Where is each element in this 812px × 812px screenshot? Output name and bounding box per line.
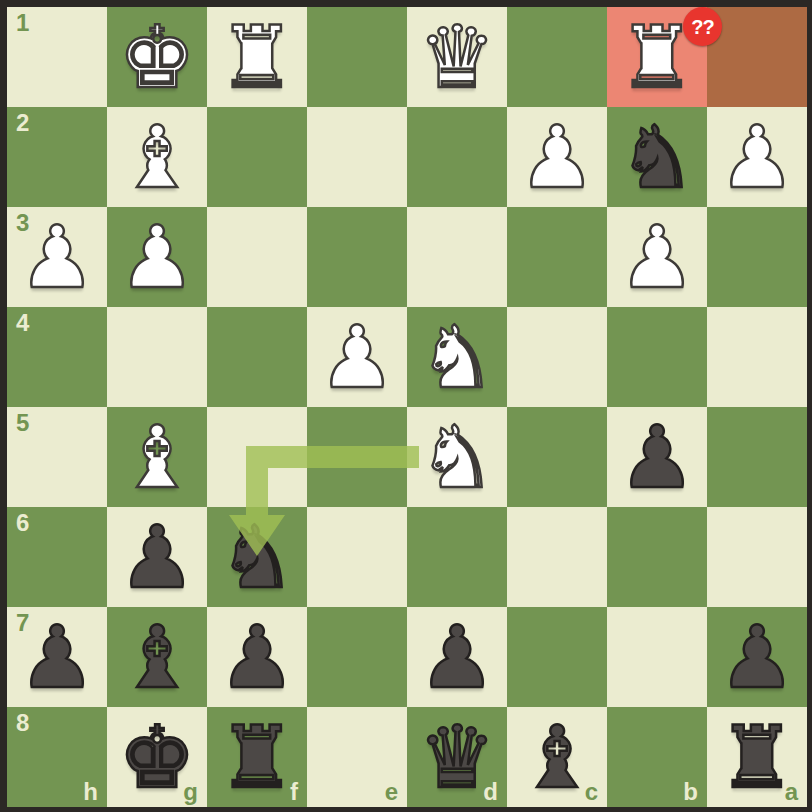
white-rook-f1[interactable]: ♜: [207, 7, 307, 107]
square-g4[interactable]: [107, 307, 207, 407]
black-bishop-g7[interactable]: ♝: [107, 607, 207, 707]
square-e8[interactable]: e: [307, 707, 407, 807]
square-b3[interactable]: ♟: [607, 207, 707, 307]
board-frame: 1♚♜♛♜2♝♟♞♟3♟♟♟4♟♞5♝♞♟6♟♞7♟♝♟♟♟8hg♚f♜ed♛c…: [0, 0, 812, 812]
white-pawn-b3[interactable]: ♟: [607, 207, 707, 307]
rank-label-2: 2: [16, 111, 29, 135]
square-e4[interactable]: ♟: [307, 307, 407, 407]
black-pawn-b5[interactable]: ♟: [607, 407, 707, 507]
white-pawn-e4[interactable]: ♟: [307, 307, 407, 407]
square-f6[interactable]: ♞: [207, 507, 307, 607]
black-pawn-g6[interactable]: ♟: [107, 507, 207, 607]
rank-label-4: 4: [16, 311, 29, 335]
square-g2[interactable]: ♝: [107, 107, 207, 207]
file-label-d: d: [483, 780, 498, 804]
blunder-badge: ??: [683, 7, 722, 46]
square-c6[interactable]: [507, 507, 607, 607]
square-b7[interactable]: [607, 607, 707, 707]
white-queen-d1[interactable]: ♛: [407, 7, 507, 107]
square-b4[interactable]: [607, 307, 707, 407]
file-label-c: c: [585, 780, 598, 804]
square-d3[interactable]: [407, 207, 507, 307]
square-e3[interactable]: [307, 207, 407, 307]
white-king-g1[interactable]: ♚: [107, 7, 207, 107]
rank-label-7: 7: [16, 611, 29, 635]
square-d4[interactable]: ♞: [407, 307, 507, 407]
square-c8[interactable]: c♝: [507, 707, 607, 807]
square-a8[interactable]: a♜: [707, 707, 807, 807]
square-g3[interactable]: ♟: [107, 207, 207, 307]
square-f3[interactable]: [207, 207, 307, 307]
square-e5[interactable]: [307, 407, 407, 507]
square-d8[interactable]: d♛: [407, 707, 507, 807]
square-a5[interactable]: [707, 407, 807, 507]
square-d2[interactable]: [407, 107, 507, 207]
blunder-badge-text: ??: [691, 17, 713, 37]
file-label-a: a: [785, 780, 798, 804]
square-h7[interactable]: 7♟: [7, 607, 107, 707]
square-c7[interactable]: [507, 607, 607, 707]
square-a7[interactable]: ♟: [707, 607, 807, 707]
square-f1[interactable]: ♜: [207, 7, 307, 107]
square-c4[interactable]: [507, 307, 607, 407]
square-b2[interactable]: ♞: [607, 107, 707, 207]
square-e7[interactable]: [307, 607, 407, 707]
square-a1[interactable]: [707, 7, 807, 107]
file-label-h: h: [83, 780, 98, 804]
square-c1[interactable]: [507, 7, 607, 107]
black-knight-b2[interactable]: ♞: [607, 107, 707, 207]
square-a3[interactable]: [707, 207, 807, 307]
black-pawn-d7[interactable]: ♟: [407, 607, 507, 707]
square-d1[interactable]: ♛: [407, 7, 507, 107]
square-b8[interactable]: b: [607, 707, 707, 807]
square-f7[interactable]: ♟: [207, 607, 307, 707]
square-d7[interactable]: ♟: [407, 607, 507, 707]
square-h1[interactable]: 1: [7, 7, 107, 107]
white-bishop-g2[interactable]: ♝: [107, 107, 207, 207]
square-c2[interactable]: ♟: [507, 107, 607, 207]
black-knight-f6[interactable]: ♞: [207, 507, 307, 607]
square-c5[interactable]: [507, 407, 607, 507]
square-f4[interactable]: [207, 307, 307, 407]
rank-label-5: 5: [16, 411, 29, 435]
black-pawn-a7[interactable]: ♟: [707, 607, 807, 707]
square-c3[interactable]: [507, 207, 607, 307]
square-g8[interactable]: g♚: [107, 707, 207, 807]
square-d6[interactable]: [407, 507, 507, 607]
square-h3[interactable]: 3♟: [7, 207, 107, 307]
rank-label-3: 3: [16, 211, 29, 235]
square-a6[interactable]: [707, 507, 807, 607]
square-f8[interactable]: f♜: [207, 707, 307, 807]
file-label-f: f: [290, 780, 298, 804]
chess-board: 1♚♜♛♜2♝♟♞♟3♟♟♟4♟♞5♝♞♟6♟♞7♟♝♟♟♟8hg♚f♜ed♛c…: [7, 7, 807, 807]
black-pawn-f7[interactable]: ♟: [207, 607, 307, 707]
square-e1[interactable]: [307, 7, 407, 107]
file-label-b: b: [683, 780, 698, 804]
white-pawn-a2[interactable]: ♟: [707, 107, 807, 207]
square-b6[interactable]: [607, 507, 707, 607]
square-h4[interactable]: 4: [7, 307, 107, 407]
square-a4[interactable]: [707, 307, 807, 407]
square-a2[interactable]: ♟: [707, 107, 807, 207]
square-h2[interactable]: 2: [7, 107, 107, 207]
square-g1[interactable]: ♚: [107, 7, 207, 107]
square-e2[interactable]: [307, 107, 407, 207]
rank-label-6: 6: [16, 511, 29, 535]
square-g7[interactable]: ♝: [107, 607, 207, 707]
white-knight-d5[interactable]: ♞: [407, 407, 507, 507]
square-g6[interactable]: ♟: [107, 507, 207, 607]
white-pawn-g3[interactable]: ♟: [107, 207, 207, 307]
white-knight-d4[interactable]: ♞: [407, 307, 507, 407]
rank-label-8: 8: [16, 711, 29, 735]
square-g5[interactable]: ♝: [107, 407, 207, 507]
square-d5[interactable]: ♞: [407, 407, 507, 507]
white-pawn-c2[interactable]: ♟: [507, 107, 607, 207]
rank-label-1: 1: [16, 11, 29, 35]
square-b5[interactable]: ♟: [607, 407, 707, 507]
white-bishop-g5[interactable]: ♝: [107, 407, 207, 507]
square-f5[interactable]: [207, 407, 307, 507]
square-h8[interactable]: 8h: [7, 707, 107, 807]
file-label-g: g: [183, 780, 198, 804]
square-f2[interactable]: [207, 107, 307, 207]
square-h5[interactable]: 5: [7, 407, 107, 507]
square-e6[interactable]: [307, 507, 407, 607]
file-label-e: e: [385, 780, 398, 804]
square-h6[interactable]: 6: [7, 507, 107, 607]
